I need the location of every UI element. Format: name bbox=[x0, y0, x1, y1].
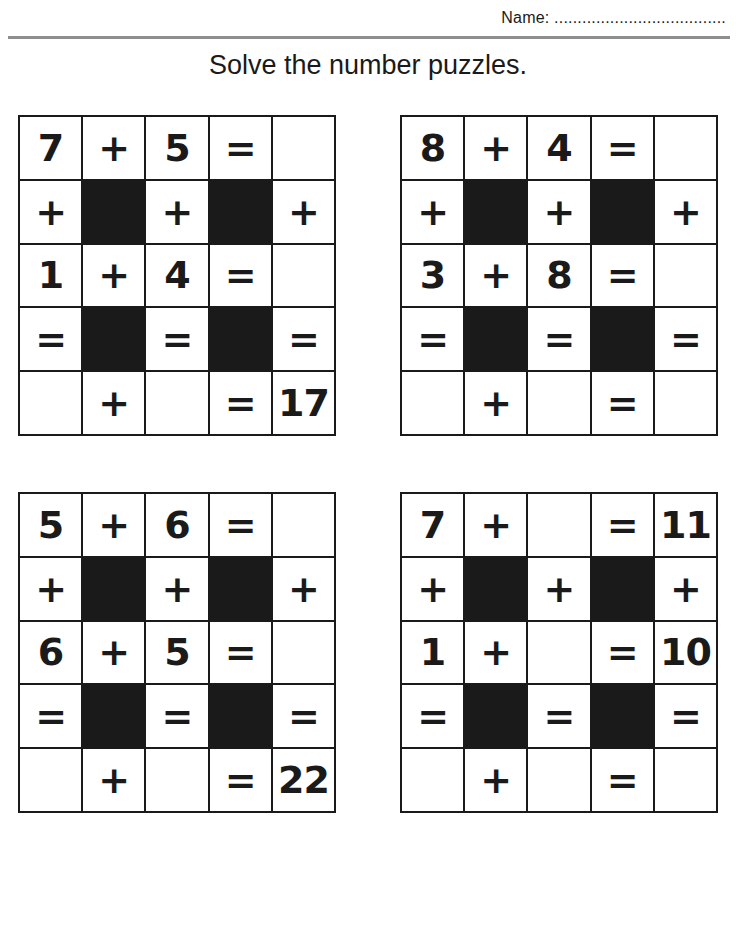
puzzle-grid-3: 5+6=+++6+5====+=22 bbox=[18, 492, 336, 813]
given-cell: = bbox=[592, 494, 653, 556]
given-cell: = bbox=[210, 372, 271, 434]
given-cell: + bbox=[655, 558, 716, 620]
given-cell: = bbox=[402, 685, 463, 747]
given-cell: = bbox=[210, 622, 271, 684]
given-cell: + bbox=[465, 117, 526, 179]
answer-cell[interactable] bbox=[528, 494, 589, 556]
black-cell bbox=[210, 558, 271, 620]
black-cell bbox=[592, 685, 653, 747]
given-cell: + bbox=[465, 494, 526, 556]
given-cell: = bbox=[592, 245, 653, 307]
given-cell: + bbox=[465, 749, 526, 811]
given-cell: + bbox=[528, 181, 589, 243]
given-cell: + bbox=[83, 494, 144, 556]
black-cell bbox=[83, 308, 144, 370]
given-cell: 7 bbox=[20, 117, 81, 179]
given-cell: + bbox=[465, 622, 526, 684]
given-cell: + bbox=[146, 181, 207, 243]
given-cell: = bbox=[20, 685, 81, 747]
given-cell: + bbox=[83, 117, 144, 179]
black-cell bbox=[592, 558, 653, 620]
header-divider bbox=[8, 36, 730, 39]
given-cell: = bbox=[146, 685, 207, 747]
given-cell: + bbox=[83, 749, 144, 811]
given-cell: 4 bbox=[528, 117, 589, 179]
black-cell bbox=[592, 308, 653, 370]
given-cell: 3 bbox=[402, 245, 463, 307]
given-cell: 4 bbox=[146, 245, 207, 307]
given-cell: = bbox=[210, 494, 271, 556]
given-cell: = bbox=[655, 685, 716, 747]
given-cell: + bbox=[402, 558, 463, 620]
given-cell: 5 bbox=[20, 494, 81, 556]
answer-cell[interactable] bbox=[655, 372, 716, 434]
black-cell bbox=[210, 308, 271, 370]
given-cell: = bbox=[210, 117, 271, 179]
answer-cell[interactable] bbox=[655, 245, 716, 307]
given-cell: + bbox=[528, 558, 589, 620]
given-cell: 11 bbox=[655, 494, 716, 556]
given-cell: 8 bbox=[528, 245, 589, 307]
given-cell: 6 bbox=[20, 622, 81, 684]
given-cell: = bbox=[592, 749, 653, 811]
given-cell: + bbox=[20, 558, 81, 620]
answer-cell[interactable] bbox=[273, 494, 334, 556]
given-cell: = bbox=[210, 749, 271, 811]
black-cell bbox=[83, 685, 144, 747]
given-cell: + bbox=[402, 181, 463, 243]
given-cell: 7 bbox=[402, 494, 463, 556]
given-cell: + bbox=[146, 558, 207, 620]
given-cell: = bbox=[528, 685, 589, 747]
answer-cell[interactable] bbox=[655, 117, 716, 179]
given-cell: = bbox=[592, 117, 653, 179]
black-cell bbox=[592, 181, 653, 243]
given-cell: = bbox=[528, 308, 589, 370]
black-cell bbox=[465, 558, 526, 620]
answer-cell[interactable] bbox=[528, 749, 589, 811]
given-cell: 6 bbox=[146, 494, 207, 556]
answer-cell[interactable] bbox=[402, 372, 463, 434]
puzzle-grid-2: 8+4=+++3+8====+= bbox=[400, 115, 718, 436]
given-cell: = bbox=[210, 245, 271, 307]
given-cell: = bbox=[146, 308, 207, 370]
given-cell: + bbox=[273, 558, 334, 620]
black-cell bbox=[465, 308, 526, 370]
given-cell: = bbox=[592, 622, 653, 684]
given-cell: 8 bbox=[402, 117, 463, 179]
black-cell bbox=[465, 181, 526, 243]
given-cell: 1 bbox=[402, 622, 463, 684]
given-cell: + bbox=[655, 181, 716, 243]
given-cell: + bbox=[83, 622, 144, 684]
puzzle-grid-1: 7+5=+++1+4====+=17 bbox=[18, 115, 336, 436]
answer-cell[interactable] bbox=[146, 372, 207, 434]
puzzle-grid-4: 7+=11+++1+=10===+= bbox=[400, 492, 718, 813]
given-cell: 5 bbox=[146, 117, 207, 179]
answer-cell[interactable] bbox=[273, 622, 334, 684]
page-title: Solve the number puzzles. bbox=[0, 50, 736, 81]
answer-cell[interactable] bbox=[528, 622, 589, 684]
answer-cell[interactable] bbox=[20, 749, 81, 811]
answer-cell[interactable] bbox=[20, 372, 81, 434]
black-cell bbox=[210, 181, 271, 243]
given-cell: + bbox=[20, 181, 81, 243]
black-cell bbox=[83, 181, 144, 243]
given-cell: 10 bbox=[655, 622, 716, 684]
given-cell: + bbox=[465, 245, 526, 307]
given-cell: = bbox=[402, 308, 463, 370]
answer-cell[interactable] bbox=[402, 749, 463, 811]
name-label: Name: ..................................… bbox=[501, 9, 726, 26]
answer-cell[interactable] bbox=[146, 749, 207, 811]
given-cell: 5 bbox=[146, 622, 207, 684]
given-cell: 22 bbox=[273, 749, 334, 811]
answer-cell[interactable] bbox=[528, 372, 589, 434]
given-cell: 1 bbox=[20, 245, 81, 307]
black-cell bbox=[210, 685, 271, 747]
answer-cell[interactable] bbox=[273, 245, 334, 307]
given-cell: = bbox=[655, 308, 716, 370]
given-cell: 17 bbox=[273, 372, 334, 434]
black-cell bbox=[83, 558, 144, 620]
given-cell: + bbox=[83, 372, 144, 434]
given-cell: = bbox=[273, 685, 334, 747]
given-cell: + bbox=[465, 372, 526, 434]
given-cell: = bbox=[273, 308, 334, 370]
given-cell: + bbox=[83, 245, 144, 307]
answer-cell[interactable] bbox=[655, 749, 716, 811]
black-cell bbox=[465, 685, 526, 747]
given-cell: + bbox=[273, 181, 334, 243]
answer-cell[interactable] bbox=[273, 117, 334, 179]
given-cell: = bbox=[20, 308, 81, 370]
given-cell: = bbox=[592, 372, 653, 434]
name-field[interactable]: Name: ..................................… bbox=[501, 9, 726, 27]
